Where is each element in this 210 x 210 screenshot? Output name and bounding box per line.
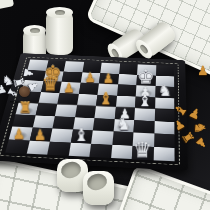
cylinder-mold-standing-2 bbox=[46, 11, 73, 55]
silver-bishop: ♝ bbox=[135, 93, 155, 109]
captured-silver-pieces: ♞♜♟♟♝ bbox=[2, 66, 46, 108]
gold-bishop: ♝ bbox=[96, 91, 116, 107]
gold-pawn: ♟ bbox=[9, 127, 30, 141]
gold-pawn: ♟ bbox=[80, 71, 99, 83]
square-g4[interactable] bbox=[134, 108, 154, 121]
square-e5[interactable]: ♝ bbox=[96, 95, 117, 107]
square-a1[interactable] bbox=[5, 139, 29, 153]
scene: ♚♟♟♚♛♟♟♞♝♝♜♟♞♟♟♝♛ ♞♜♟♟♝ ♝♟♞♟♜♟ ♟ ♟ bbox=[0, 0, 210, 210]
silver-bishop: ♝ bbox=[70, 127, 91, 144]
mold-corner-sliver bbox=[0, 0, 14, 10]
silver-queen: ♛ bbox=[132, 139, 153, 161]
square-c4[interactable] bbox=[55, 104, 77, 117]
gold-pawn: ♟ bbox=[29, 128, 50, 142]
square-c2[interactable] bbox=[50, 128, 73, 142]
square-d4[interactable] bbox=[75, 105, 96, 118]
fallen-silver-pawn: ♟ bbox=[26, 78, 42, 93]
square-d2[interactable]: ♝ bbox=[70, 129, 92, 143]
cup-mold-2 bbox=[83, 171, 114, 205]
fallen-silver-pawn: ♟ bbox=[21, 66, 35, 79]
square-e7[interactable]: ♟ bbox=[99, 73, 119, 84]
silver-knight: ♞ bbox=[155, 83, 174, 99]
square-b1[interactable] bbox=[26, 140, 50, 155]
square-c6[interactable]: ♟ bbox=[60, 82, 81, 94]
square-g5[interactable]: ♝ bbox=[135, 96, 155, 108]
captured-gold-pieces: ♝♟♞♟♜♟ bbox=[172, 103, 210, 155]
square-f6[interactable] bbox=[117, 84, 137, 96]
square-d1[interactable] bbox=[68, 142, 91, 157]
square-c1[interactable] bbox=[47, 141, 70, 156]
square-d7[interactable]: ♟ bbox=[80, 72, 100, 83]
square-e1[interactable] bbox=[89, 143, 112, 158]
square-h6[interactable]: ♞ bbox=[155, 86, 174, 98]
fallen-gold-pawn: ♟ bbox=[172, 117, 187, 133]
square-f7[interactable] bbox=[118, 74, 137, 85]
gold-pawn: ♟ bbox=[99, 72, 118, 85]
square-g1[interactable]: ♛ bbox=[132, 145, 154, 160]
silver-knight: ♞ bbox=[113, 116, 133, 133]
square-g3[interactable] bbox=[133, 120, 154, 134]
gold-pawn-stray: ♟ bbox=[197, 64, 209, 77]
square-e4[interactable] bbox=[94, 106, 115, 119]
gold-pawn: ♟ bbox=[59, 81, 78, 94]
square-f1[interactable] bbox=[111, 144, 133, 159]
square-e3[interactable] bbox=[93, 118, 115, 131]
square-c5[interactable] bbox=[57, 93, 78, 105]
square-b2[interactable]: ♟ bbox=[29, 127, 52, 141]
fallen-gold-pawn: ♟ bbox=[193, 135, 209, 151]
square-f3[interactable]: ♞ bbox=[113, 119, 134, 132]
